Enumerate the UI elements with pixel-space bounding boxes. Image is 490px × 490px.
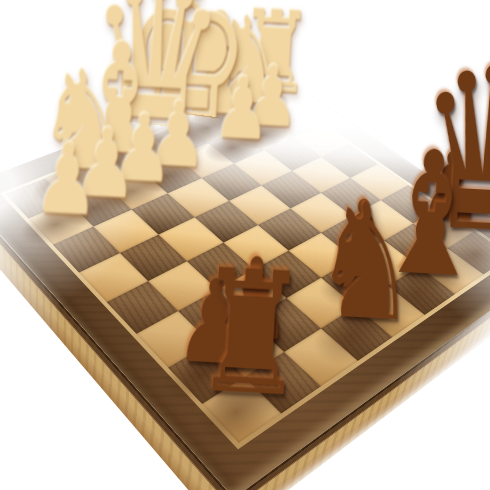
chessboard: ♜♞♝♟♚♟♛♝♟♞♟♟♟♛♟♟♝♞♟♟♜ [0, 69, 490, 490]
scene: ♜♞♝♟♚♟♛♝♟♞♟♟♟♛♟♟♝♞♟♟♜ [0, 0, 490, 490]
chess-photo: ♜♞♝♟♚♟♛♝♟♞♟♟♟♛♟♟♝♞♟♟♜ [0, 0, 490, 490]
rook-glyph: ♜ [144, 251, 357, 418]
pawn-glyph: ♟ [0, 131, 153, 230]
